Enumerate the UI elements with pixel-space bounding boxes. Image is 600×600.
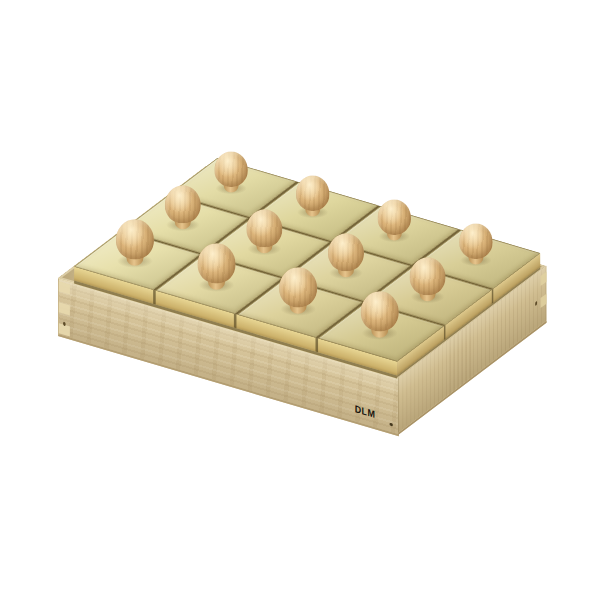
wood-knot bbox=[63, 322, 66, 327]
knob-ball bbox=[409, 257, 445, 295]
knob-ball bbox=[279, 267, 317, 307]
box-gap-line bbox=[444, 325, 445, 340]
knob-ball bbox=[459, 224, 492, 259]
wood-knot bbox=[390, 423, 393, 427]
finger-joint bbox=[541, 294, 547, 308]
knob-ball bbox=[215, 152, 248, 187]
knob-ball bbox=[328, 233, 364, 271]
wood-knot bbox=[535, 301, 537, 306]
box-gap-line bbox=[153, 290, 156, 305]
finger-joint bbox=[59, 281, 70, 294]
box-gap-line bbox=[492, 289, 493, 304]
knob-ball bbox=[165, 185, 201, 223]
knob-ball bbox=[116, 219, 154, 259]
product-photo-stage: DLM bbox=[0, 0, 600, 600]
knob-ball bbox=[360, 291, 398, 331]
finger-joint bbox=[59, 302, 70, 315]
box-gap-line bbox=[316, 338, 319, 353]
box-gap-line bbox=[234, 314, 237, 329]
knob-ball bbox=[247, 209, 283, 247]
knob-ball bbox=[197, 243, 235, 283]
finger-joint bbox=[541, 272, 547, 286]
knob-ball bbox=[377, 200, 410, 235]
knob-ball bbox=[296, 176, 329, 211]
dlm-logo: DLM bbox=[355, 403, 376, 420]
